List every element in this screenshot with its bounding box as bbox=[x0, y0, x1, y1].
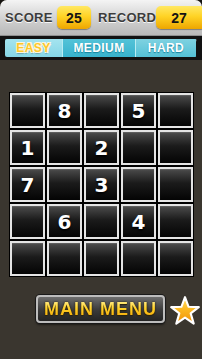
grid-cell[interactable]: 3 bbox=[84, 167, 119, 202]
tab-hard[interactable]: HARD bbox=[136, 39, 196, 57]
game-screen: SCORE 25 RECORD 27 EASY MEDIUM HARD 8512… bbox=[0, 0, 202, 359]
grid-cell[interactable] bbox=[158, 204, 193, 239]
cell-number: 1 bbox=[21, 136, 35, 160]
score-bar: SCORE 25 RECORD 27 bbox=[0, 0, 202, 36]
score-badge: 25 bbox=[57, 6, 91, 29]
tab-hard-label: HARD bbox=[148, 41, 184, 55]
grid-cell[interactable]: 7 bbox=[10, 167, 45, 202]
grid-cell[interactable]: 5 bbox=[121, 93, 156, 128]
cell-number: 8 bbox=[58, 99, 72, 123]
puzzle-grid: 85127364 bbox=[10, 93, 193, 276]
cell-number: 6 bbox=[58, 210, 72, 234]
record-label: RECORD bbox=[98, 10, 156, 25]
grid-cell[interactable] bbox=[158, 93, 193, 128]
cell-number: 3 bbox=[95, 173, 109, 197]
cell-number: 2 bbox=[95, 136, 109, 160]
cell-number: 5 bbox=[132, 99, 146, 123]
grid-cell[interactable]: 8 bbox=[47, 93, 82, 128]
grid-cell[interactable] bbox=[158, 167, 193, 202]
grid-cell[interactable] bbox=[10, 241, 45, 276]
star-icon[interactable] bbox=[170, 296, 200, 326]
grid-cell[interactable] bbox=[158, 130, 193, 165]
grid-cell[interactable] bbox=[84, 93, 119, 128]
grid-cell[interactable]: 4 bbox=[121, 204, 156, 239]
grid-cell[interactable] bbox=[47, 167, 82, 202]
record-badge: 27 bbox=[156, 6, 202, 29]
score-label: SCORE bbox=[5, 10, 53, 25]
tab-medium[interactable]: MEDIUM bbox=[62, 39, 136, 57]
tab-medium-label: MEDIUM bbox=[73, 41, 124, 55]
grid-cell[interactable]: 2 bbox=[84, 130, 119, 165]
main-menu-button[interactable]: MAIN MENU bbox=[36, 295, 165, 323]
tab-easy[interactable]: EASY bbox=[5, 39, 62, 57]
tab-easy-label: EASY bbox=[16, 41, 50, 55]
grid-cell[interactable] bbox=[121, 167, 156, 202]
grid-cell[interactable] bbox=[47, 130, 82, 165]
main-menu-label: MAIN MENU bbox=[44, 299, 157, 320]
cell-number: 4 bbox=[132, 210, 146, 234]
grid-cell[interactable] bbox=[10, 204, 45, 239]
grid-cell[interactable] bbox=[84, 241, 119, 276]
difficulty-bar: EASY MEDIUM HARD bbox=[0, 36, 202, 60]
cell-number: 7 bbox=[21, 173, 35, 197]
grid-cell[interactable] bbox=[121, 130, 156, 165]
difficulty-tabs: EASY MEDIUM HARD bbox=[5, 39, 197, 57]
grid-cell[interactable]: 6 bbox=[47, 204, 82, 239]
grid-cell[interactable] bbox=[84, 204, 119, 239]
grid-cell[interactable] bbox=[10, 93, 45, 128]
grid-cell[interactable] bbox=[121, 241, 156, 276]
grid-cell[interactable] bbox=[47, 241, 82, 276]
grid-cell[interactable] bbox=[158, 241, 193, 276]
grid-cell[interactable]: 1 bbox=[10, 130, 45, 165]
